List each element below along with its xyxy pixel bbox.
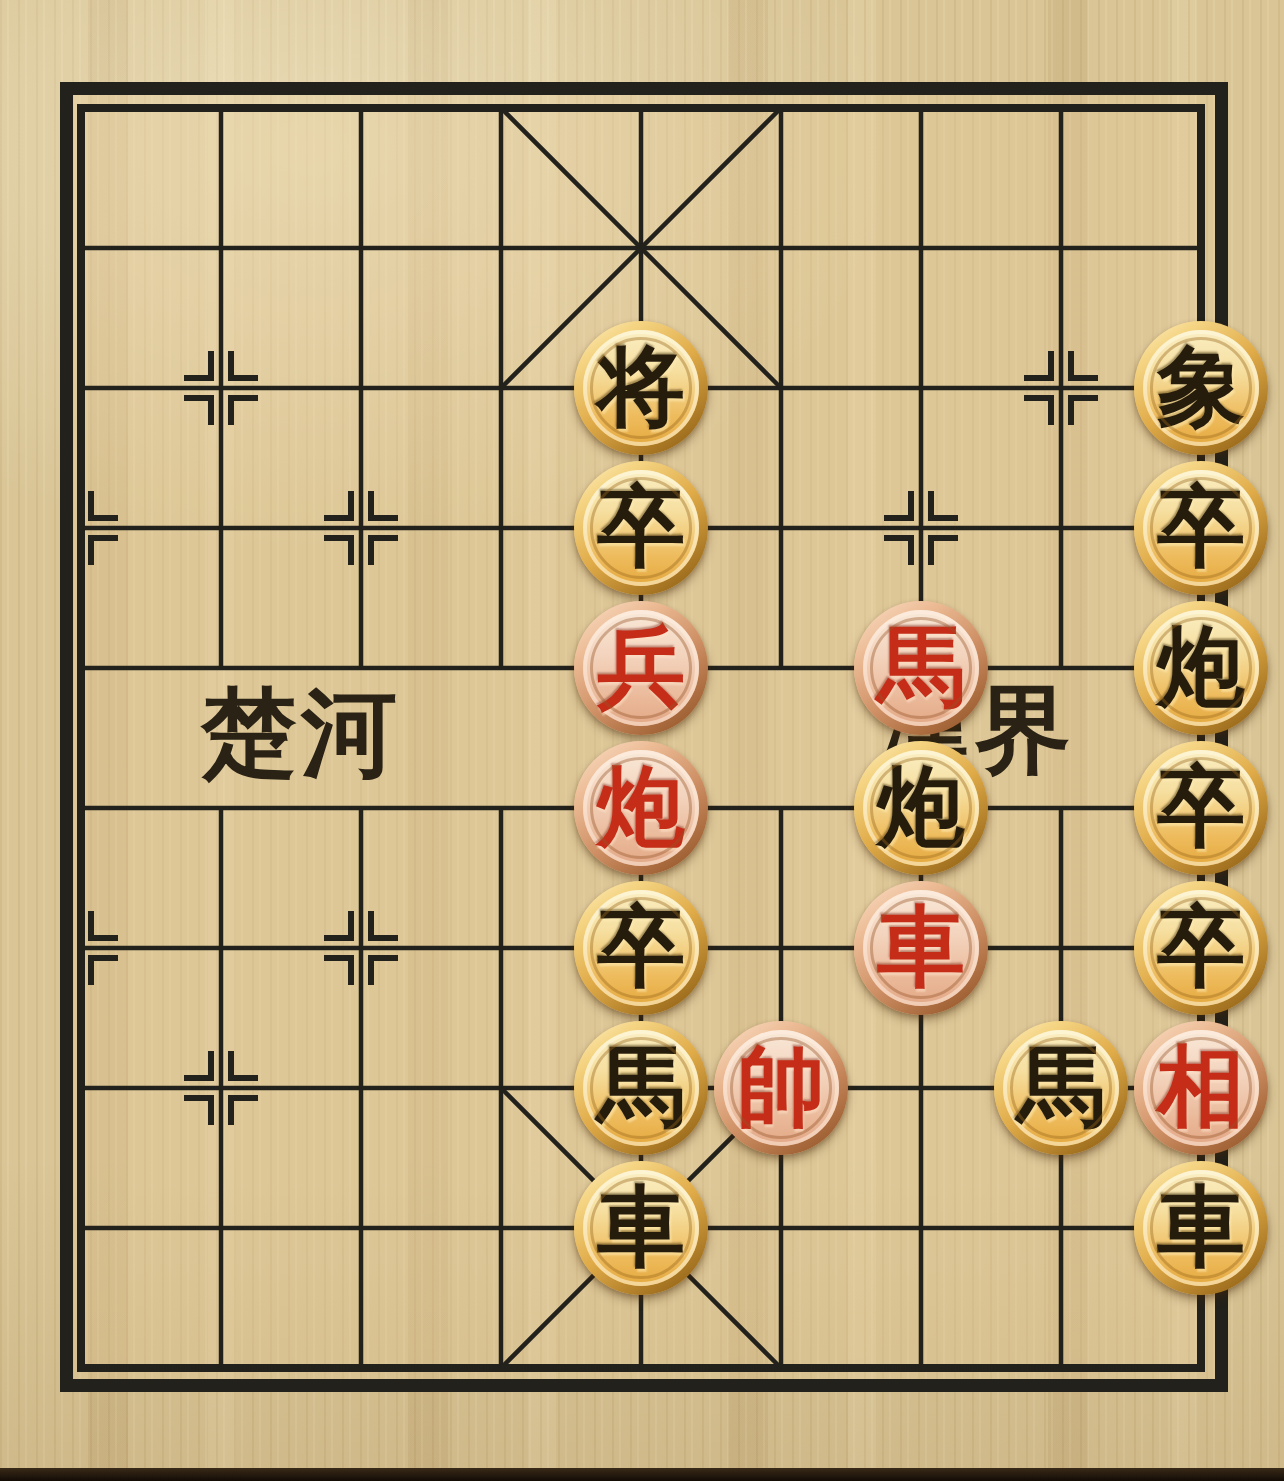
piece-layer: 将象卒卒兵馬炮炮炮卒卒車卒馬帥馬相車車 (60, 82, 1228, 1392)
piece-glyph: 卒 (1157, 484, 1245, 572)
piece-glyph: 帥 (737, 1044, 825, 1132)
piece-black-cannon[interactable]: 炮 (1134, 601, 1268, 735)
piece-glyph: 卒 (597, 484, 685, 572)
piece-face: 兵 (583, 610, 699, 726)
piece-glyph: 炮 (877, 764, 965, 852)
bottom-edge-bar (0, 1468, 1284, 1481)
xiangqi-board: 楚河 漢界 将象卒卒兵馬炮炮炮卒卒車卒馬帥馬相車車 (60, 82, 1228, 1392)
piece-red-horse[interactable]: 馬 (854, 601, 988, 735)
piece-black-horse[interactable]: 馬 (994, 1021, 1128, 1155)
piece-face: 馬 (863, 610, 979, 726)
piece-face: 卒 (583, 470, 699, 586)
piece-face: 車 (583, 1170, 699, 1286)
piece-black-soldier[interactable]: 卒 (1134, 461, 1268, 595)
piece-face: 卒 (583, 890, 699, 1006)
piece-glyph: 馬 (597, 1044, 685, 1132)
piece-glyph: 炮 (597, 764, 685, 852)
piece-face: 卒 (1143, 890, 1259, 1006)
piece-black-horse[interactable]: 馬 (574, 1021, 708, 1155)
piece-black-cannon[interactable]: 炮 (854, 741, 988, 875)
piece-face: 車 (863, 890, 979, 1006)
piece-face: 馬 (1003, 1030, 1119, 1146)
piece-face: 象 (1143, 330, 1259, 446)
piece-face: 卒 (1143, 470, 1259, 586)
piece-face: 炮 (1143, 610, 1259, 726)
xiangqi-app: 楚河 漢界 将象卒卒兵馬炮炮炮卒卒車卒馬帥馬相車車 (0, 0, 1284, 1481)
piece-red-elephant[interactable]: 相 (1134, 1021, 1268, 1155)
piece-glyph: 車 (1157, 1184, 1245, 1272)
piece-glyph: 卒 (1157, 904, 1245, 992)
piece-glyph: 卒 (597, 904, 685, 992)
piece-red-soldier[interactable]: 兵 (574, 601, 708, 735)
piece-face: 相 (1143, 1030, 1259, 1146)
piece-black-soldier[interactable]: 卒 (574, 881, 708, 1015)
piece-glyph: 馬 (1017, 1044, 1105, 1132)
piece-face: 炮 (863, 750, 979, 866)
piece-glyph: 相 (1157, 1044, 1245, 1132)
piece-black-chariot[interactable]: 車 (574, 1161, 708, 1295)
piece-black-general[interactable]: 将 (574, 321, 708, 455)
piece-black-elephant[interactable]: 象 (1134, 321, 1268, 455)
piece-face: 馬 (583, 1030, 699, 1146)
piece-face: 炮 (583, 750, 699, 866)
piece-red-general[interactable]: 帥 (714, 1021, 848, 1155)
piece-black-soldier[interactable]: 卒 (574, 461, 708, 595)
piece-glyph: 卒 (1157, 764, 1245, 852)
piece-glyph: 車 (877, 904, 965, 992)
piece-glyph: 馬 (877, 624, 965, 712)
piece-face: 車 (1143, 1170, 1259, 1286)
piece-red-cannon[interactable]: 炮 (574, 741, 708, 875)
piece-black-chariot[interactable]: 車 (1134, 1161, 1268, 1295)
piece-black-soldier[interactable]: 卒 (1134, 881, 1268, 1015)
piece-face: 帥 (723, 1030, 839, 1146)
piece-glyph: 将 (597, 344, 685, 432)
piece-glyph: 象 (1157, 344, 1245, 432)
piece-red-chariot[interactable]: 車 (854, 881, 988, 1015)
piece-face: 卒 (1143, 750, 1259, 866)
piece-face: 将 (583, 330, 699, 446)
piece-glyph: 炮 (1157, 624, 1245, 712)
piece-glyph: 車 (597, 1184, 685, 1272)
piece-glyph: 兵 (597, 624, 685, 712)
piece-black-soldier[interactable]: 卒 (1134, 741, 1268, 875)
